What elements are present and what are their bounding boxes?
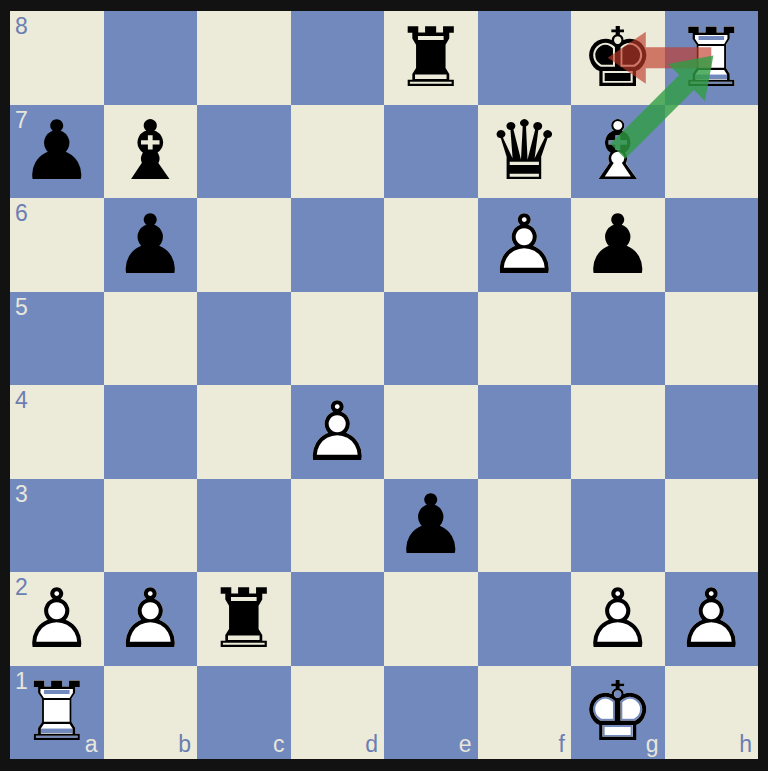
piece-white-pawn[interactable]: ♟♙ [291,385,385,479]
square-g2[interactable]: ♟♙ [571,572,665,666]
square-e5[interactable] [384,292,478,386]
square-d7[interactable] [291,105,385,199]
file-label-d: d [365,733,378,756]
square-g1[interactable]: g♚♔ [571,666,665,760]
square-a8[interactable]: 8 [10,11,104,105]
square-e7[interactable] [384,105,478,199]
square-e8[interactable]: ♜ [384,11,478,105]
square-b5[interactable] [104,292,198,386]
black-king-glyph: ♚ [571,11,665,105]
square-a3[interactable]: 3 [10,479,104,573]
square-f7[interactable]: ♛ [478,105,572,199]
white-pawn-outline: ♙ [104,572,198,666]
square-e4[interactable] [384,385,478,479]
white-pawn-outline: ♙ [291,385,385,479]
white-rook-outline: ♖ [665,11,759,105]
square-h3[interactable] [665,479,759,573]
square-f6[interactable]: ♟♙ [478,198,572,292]
black-pawn-glyph: ♟ [571,198,665,292]
square-g3[interactable] [571,479,665,573]
square-d1[interactable]: d [291,666,385,760]
black-pawn-glyph: ♟ [384,479,478,573]
piece-white-king[interactable]: ♚♔ [571,666,665,760]
piece-white-bishop[interactable]: ♝♗ [571,105,665,199]
piece-white-pawn[interactable]: ♟♙ [104,572,198,666]
square-g5[interactable] [571,292,665,386]
square-e6[interactable] [384,198,478,292]
black-pawn-glyph: ♟ [104,198,198,292]
white-pawn-outline: ♙ [10,572,104,666]
piece-black-queen[interactable]: ♛ [478,105,572,199]
square-g6[interactable]: ♟ [571,198,665,292]
square-e3[interactable]: ♟ [384,479,478,573]
square-a2[interactable]: 2♟♙ [10,572,104,666]
white-rook-outline: ♖ [10,666,104,760]
square-g4[interactable] [571,385,665,479]
file-label-c: c [273,733,285,756]
square-d5[interactable] [291,292,385,386]
square-h2[interactable]: ♟♙ [665,572,759,666]
square-g8[interactable]: ♚ [571,11,665,105]
square-b3[interactable] [104,479,198,573]
square-g7[interactable]: ♝♗ [571,105,665,199]
file-label-h: h [739,733,752,756]
square-h7[interactable] [665,105,759,199]
piece-black-pawn[interactable]: ♟ [571,198,665,292]
square-e2[interactable] [384,572,478,666]
square-c1[interactable]: c [197,666,291,760]
square-f4[interactable] [478,385,572,479]
piece-white-pawn[interactable]: ♟♙ [571,572,665,666]
black-queen-glyph: ♛ [478,105,572,199]
rank-label-6: 6 [15,202,28,225]
square-f5[interactable] [478,292,572,386]
piece-black-bishop[interactable]: ♝ [104,105,198,199]
square-b1[interactable]: b [104,666,198,760]
square-a6[interactable]: 6 [10,198,104,292]
square-c6[interactable] [197,198,291,292]
square-c3[interactable] [197,479,291,573]
piece-black-king[interactable]: ♚ [571,11,665,105]
square-f2[interactable] [478,572,572,666]
rank-label-5: 5 [15,296,28,319]
piece-white-pawn[interactable]: ♟♙ [10,572,104,666]
square-e1[interactable]: e [384,666,478,760]
square-a7[interactable]: 7♟ [10,105,104,199]
piece-black-rook[interactable]: ♜ [197,572,291,666]
square-d4[interactable]: ♟♙ [291,385,385,479]
square-b7[interactable]: ♝ [104,105,198,199]
piece-white-rook[interactable]: ♜♖ [665,11,759,105]
square-h1[interactable]: h [665,666,759,760]
square-f1[interactable]: f [478,666,572,760]
file-label-e: e [459,733,472,756]
square-f8[interactable] [478,11,572,105]
square-c8[interactable] [197,11,291,105]
piece-black-rook[interactable]: ♜ [384,11,478,105]
square-d8[interactable] [291,11,385,105]
white-pawn-outline: ♙ [571,572,665,666]
square-c4[interactable] [197,385,291,479]
file-label-f: f [559,733,565,756]
square-b4[interactable] [104,385,198,479]
square-c7[interactable] [197,105,291,199]
piece-black-pawn[interactable]: ♟ [10,105,104,199]
black-rook-glyph: ♜ [197,572,291,666]
piece-white-pawn[interactable]: ♟♙ [478,198,572,292]
square-d3[interactable] [291,479,385,573]
white-pawn-outline: ♙ [665,572,759,666]
piece-white-rook[interactable]: ♜♖ [10,666,104,760]
black-bishop-glyph: ♝ [104,105,198,199]
white-pawn-outline: ♙ [478,198,572,292]
chess-board: 8♜♚♜♖7♟♝♛♝♗6♟♟♙♟54♟♙3♟2♟♙♟♙♜♟♙♟♙1a♜♖bcde… [10,11,758,759]
square-h6[interactable] [665,198,759,292]
square-a4[interactable]: 4 [10,385,104,479]
square-b6[interactable]: ♟ [104,198,198,292]
square-b8[interactable] [104,11,198,105]
white-bishop-outline: ♗ [571,105,665,199]
square-d2[interactable] [291,572,385,666]
square-h5[interactable] [665,292,759,386]
square-a5[interactable]: 5 [10,292,104,386]
black-pawn-glyph: ♟ [10,105,104,199]
rank-label-4: 4 [15,389,28,412]
square-h8[interactable]: ♜♖ [665,11,759,105]
rank-label-8: 8 [15,15,28,38]
square-d6[interactable] [291,198,385,292]
rank-label-3: 3 [15,483,28,506]
square-a1[interactable]: 1a♜♖ [10,666,104,760]
file-label-b: b [178,733,191,756]
piece-black-pawn[interactable]: ♟ [104,198,198,292]
square-c2[interactable]: ♜ [197,572,291,666]
board-frame: 8♜♚♜♖7♟♝♛♝♗6♟♟♙♟54♟♙3♟2♟♙♟♙♜♟♙♟♙1a♜♖bcde… [0,0,768,771]
black-rook-glyph: ♜ [384,11,478,105]
square-b2[interactable]: ♟♙ [104,572,198,666]
square-f3[interactable] [478,479,572,573]
white-king-outline: ♔ [571,666,665,760]
square-h4[interactable] [665,385,759,479]
piece-black-pawn[interactable]: ♟ [384,479,478,573]
square-c5[interactable] [197,292,291,386]
piece-white-pawn[interactable]: ♟♙ [665,572,759,666]
